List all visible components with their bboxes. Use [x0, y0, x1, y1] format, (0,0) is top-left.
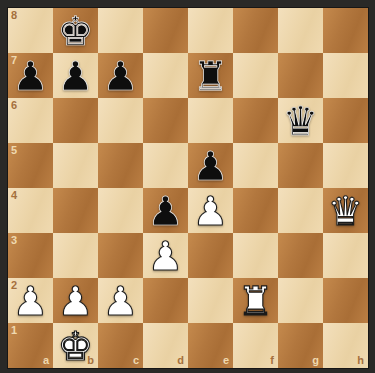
- square-c4[interactable]: [98, 188, 143, 233]
- square-f4[interactable]: [233, 188, 278, 233]
- square-d5[interactable]: [143, 143, 188, 188]
- file-label-d: d: [177, 355, 184, 366]
- file-label-c: c: [133, 355, 139, 366]
- square-b1[interactable]: b♚: [53, 323, 98, 368]
- square-b6[interactable]: [53, 98, 98, 143]
- square-c5[interactable]: [98, 143, 143, 188]
- rank-label-6: 6: [11, 100, 17, 111]
- file-label-g: g: [312, 355, 319, 366]
- board-frame: 8♚7♟♟♟♜6♛5♟4♟♟♛3♟2♟♟♟♜1ab♚cdefgh: [0, 0, 375, 373]
- piece-white-king-b1[interactable]: ♚: [53, 323, 98, 368]
- file-label-f: f: [270, 355, 274, 366]
- chess-board: 8♚7♟♟♟♜6♛5♟4♟♟♛3♟2♟♟♟♜1ab♚cdefgh: [8, 8, 368, 368]
- square-a7[interactable]: 7♟: [8, 53, 53, 98]
- square-h2[interactable]: [323, 278, 368, 323]
- piece-white-rook-f2[interactable]: ♜: [233, 278, 278, 323]
- square-g4[interactable]: [278, 188, 323, 233]
- square-g8[interactable]: [278, 8, 323, 53]
- square-f7[interactable]: [233, 53, 278, 98]
- rank-label-1: 1: [11, 325, 17, 336]
- square-h3[interactable]: [323, 233, 368, 278]
- square-d1[interactable]: d: [143, 323, 188, 368]
- square-f6[interactable]: [233, 98, 278, 143]
- square-f1[interactable]: f: [233, 323, 278, 368]
- square-e2[interactable]: [188, 278, 233, 323]
- square-b5[interactable]: [53, 143, 98, 188]
- piece-black-pawn-d4[interactable]: ♟: [143, 188, 188, 233]
- square-c3[interactable]: [98, 233, 143, 278]
- square-c8[interactable]: [98, 8, 143, 53]
- rank-label-3: 3: [11, 235, 17, 246]
- file-label-a: a: [43, 355, 49, 366]
- piece-black-pawn-a7[interactable]: ♟: [8, 53, 53, 98]
- square-b3[interactable]: [53, 233, 98, 278]
- square-d8[interactable]: [143, 8, 188, 53]
- square-a8[interactable]: 8: [8, 8, 53, 53]
- piece-black-pawn-c7[interactable]: ♟: [98, 53, 143, 98]
- square-g5[interactable]: [278, 143, 323, 188]
- square-e5[interactable]: ♟: [188, 143, 233, 188]
- square-c2[interactable]: ♟: [98, 278, 143, 323]
- square-g7[interactable]: [278, 53, 323, 98]
- rank-label-4: 4: [11, 190, 17, 201]
- piece-white-pawn-e4[interactable]: ♟: [188, 188, 233, 233]
- square-h8[interactable]: [323, 8, 368, 53]
- square-c6[interactable]: [98, 98, 143, 143]
- piece-white-queen-h4[interactable]: ♛: [323, 188, 368, 233]
- square-a2[interactable]: 2♟: [8, 278, 53, 323]
- square-h1[interactable]: h: [323, 323, 368, 368]
- square-d6[interactable]: [143, 98, 188, 143]
- piece-black-queen-g6[interactable]: ♛: [278, 98, 323, 143]
- piece-black-king-b8[interactable]: ♚: [53, 8, 98, 53]
- square-f3[interactable]: [233, 233, 278, 278]
- square-f8[interactable]: [233, 8, 278, 53]
- square-g2[interactable]: [278, 278, 323, 323]
- square-e4[interactable]: ♟: [188, 188, 233, 233]
- square-g1[interactable]: g: [278, 323, 323, 368]
- square-f5[interactable]: [233, 143, 278, 188]
- rank-label-8: 8: [11, 10, 17, 21]
- square-a1[interactable]: 1a: [8, 323, 53, 368]
- rank-label-5: 5: [11, 145, 17, 156]
- square-d7[interactable]: [143, 53, 188, 98]
- square-g3[interactable]: [278, 233, 323, 278]
- square-a6[interactable]: 6: [8, 98, 53, 143]
- square-b2[interactable]: ♟: [53, 278, 98, 323]
- file-label-h: h: [357, 355, 364, 366]
- square-d2[interactable]: [143, 278, 188, 323]
- square-h6[interactable]: [323, 98, 368, 143]
- square-h4[interactable]: ♛: [323, 188, 368, 233]
- square-g6[interactable]: ♛: [278, 98, 323, 143]
- square-e8[interactable]: [188, 8, 233, 53]
- piece-white-pawn-b2[interactable]: ♟: [53, 278, 98, 323]
- square-e6[interactable]: [188, 98, 233, 143]
- square-e1[interactable]: e: [188, 323, 233, 368]
- square-a5[interactable]: 5: [8, 143, 53, 188]
- square-d3[interactable]: ♟: [143, 233, 188, 278]
- square-b7[interactable]: ♟: [53, 53, 98, 98]
- piece-white-pawn-a2[interactable]: ♟: [8, 278, 53, 323]
- square-b8[interactable]: ♚: [53, 8, 98, 53]
- piece-black-pawn-b7[interactable]: ♟: [53, 53, 98, 98]
- piece-black-rook-e7[interactable]: ♜: [188, 53, 233, 98]
- square-h5[interactable]: [323, 143, 368, 188]
- square-b4[interactable]: [53, 188, 98, 233]
- square-h7[interactable]: [323, 53, 368, 98]
- square-c7[interactable]: ♟: [98, 53, 143, 98]
- square-e7[interactable]: ♜: [188, 53, 233, 98]
- piece-black-pawn-e5[interactable]: ♟: [188, 143, 233, 188]
- piece-white-pawn-c2[interactable]: ♟: [98, 278, 143, 323]
- piece-white-pawn-d3[interactable]: ♟: [143, 233, 188, 278]
- file-label-e: e: [223, 355, 229, 366]
- square-e3[interactable]: [188, 233, 233, 278]
- square-c1[interactable]: c: [98, 323, 143, 368]
- square-a4[interactable]: 4: [8, 188, 53, 233]
- square-f2[interactable]: ♜: [233, 278, 278, 323]
- square-d4[interactable]: ♟: [143, 188, 188, 233]
- square-a3[interactable]: 3: [8, 233, 53, 278]
